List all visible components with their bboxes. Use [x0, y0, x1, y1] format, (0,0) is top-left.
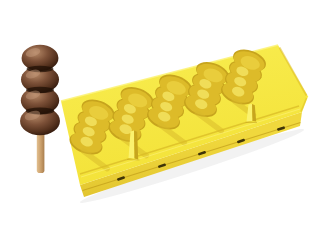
chocolate-pop [20, 45, 60, 173]
product-photo [0, 0, 320, 240]
product-photo-stage [0, 0, 320, 240]
mould-tray [61, 45, 308, 208]
tab-base-shadow [127, 160, 140, 161]
